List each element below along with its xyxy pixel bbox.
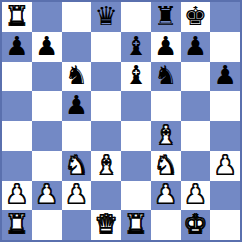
square-c4[interactable] (62, 121, 92, 151)
chess-board: ♜♛♜♚♟♟♝♟♟♞♝♞♟♟♝♞♝♞♟♟♟♟♟♟♜♛♜♚ (0, 0, 242, 242)
square-c2[interactable]: ♟ (62, 181, 92, 211)
square-a6[interactable] (2, 62, 32, 92)
square-e1[interactable]: ♜ (121, 210, 151, 240)
square-h5[interactable] (210, 91, 240, 121)
piece-black-knight[interactable]: ♞ (65, 62, 88, 88)
piece-white-pawn[interactable]: ♟ (35, 181, 58, 207)
square-h6[interactable]: ♟ (210, 62, 240, 92)
square-d6[interactable] (91, 62, 121, 92)
square-h7[interactable] (210, 32, 240, 62)
piece-black-king[interactable]: ♚ (184, 3, 207, 29)
square-e5[interactable] (121, 91, 151, 121)
square-g4[interactable] (181, 121, 211, 151)
piece-black-bishop[interactable]: ♝ (124, 33, 147, 59)
piece-black-pawn[interactable]: ♟ (5, 33, 28, 59)
square-c8[interactable] (62, 2, 92, 32)
piece-black-pawn[interactable]: ♟ (213, 62, 236, 88)
square-e7[interactable]: ♝ (121, 32, 151, 62)
square-a5[interactable] (2, 91, 32, 121)
square-a4[interactable] (2, 121, 32, 151)
square-b1[interactable] (32, 210, 62, 240)
square-h8[interactable] (210, 2, 240, 32)
piece-white-knight[interactable]: ♞ (65, 152, 88, 178)
piece-white-knight[interactable]: ♞ (154, 152, 177, 178)
square-f6[interactable]: ♞ (151, 62, 181, 92)
piece-black-rook[interactable]: ♜ (154, 3, 177, 29)
square-h3[interactable]: ♟ (210, 151, 240, 181)
square-a1[interactable]: ♜ (2, 210, 32, 240)
square-b6[interactable] (32, 62, 62, 92)
square-a2[interactable]: ♟ (2, 181, 32, 211)
piece-white-pawn[interactable]: ♟ (213, 152, 236, 178)
square-b4[interactable] (32, 121, 62, 151)
square-g1[interactable]: ♚ (181, 210, 211, 240)
square-d7[interactable] (91, 32, 121, 62)
piece-black-pawn[interactable]: ♟ (154, 33, 177, 59)
square-d3[interactable]: ♝ (91, 151, 121, 181)
piece-white-queen[interactable]: ♛ (94, 211, 117, 237)
square-f4[interactable]: ♝ (151, 121, 181, 151)
piece-black-knight[interactable]: ♞ (154, 62, 177, 88)
square-c1[interactable] (62, 210, 92, 240)
piece-white-bishop[interactable]: ♝ (94, 152, 117, 178)
square-b7[interactable]: ♟ (32, 32, 62, 62)
square-d4[interactable] (91, 121, 121, 151)
square-e3[interactable] (121, 151, 151, 181)
square-g6[interactable] (181, 62, 211, 92)
square-c7[interactable] (62, 32, 92, 62)
square-f3[interactable]: ♞ (151, 151, 181, 181)
square-d5[interactable] (91, 91, 121, 121)
square-g5[interactable] (181, 91, 211, 121)
square-f5[interactable] (151, 91, 181, 121)
square-a7[interactable]: ♟ (2, 32, 32, 62)
piece-white-rook[interactable]: ♜ (5, 3, 28, 29)
square-g2[interactable]: ♟ (181, 181, 211, 211)
square-e4[interactable] (121, 121, 151, 151)
piece-white-pawn[interactable]: ♟ (184, 181, 207, 207)
piece-black-queen[interactable]: ♛ (94, 3, 117, 29)
square-f2[interactable]: ♟ (151, 181, 181, 211)
piece-white-pawn[interactable]: ♟ (154, 181, 177, 207)
square-g7[interactable]: ♟ (181, 32, 211, 62)
square-f7[interactable]: ♟ (151, 32, 181, 62)
square-b2[interactable]: ♟ (32, 181, 62, 211)
piece-white-bishop[interactable]: ♝ (154, 122, 177, 148)
square-g3[interactable] (181, 151, 211, 181)
square-e2[interactable] (121, 181, 151, 211)
square-g8[interactable]: ♚ (181, 2, 211, 32)
square-a8[interactable]: ♜ (2, 2, 32, 32)
piece-black-pawn[interactable]: ♟ (65, 92, 88, 118)
piece-white-king[interactable]: ♚ (184, 211, 207, 237)
piece-white-rook[interactable]: ♜ (5, 211, 28, 237)
piece-white-pawn[interactable]: ♟ (5, 181, 28, 207)
square-e8[interactable] (121, 2, 151, 32)
square-d8[interactable]: ♛ (91, 2, 121, 32)
square-b5[interactable] (32, 91, 62, 121)
square-e6[interactable]: ♝ (121, 62, 151, 92)
square-b8[interactable] (32, 2, 62, 32)
square-c6[interactable]: ♞ (62, 62, 92, 92)
piece-black-pawn[interactable]: ♟ (184, 33, 207, 59)
square-f8[interactable]: ♜ (151, 2, 181, 32)
square-h1[interactable] (210, 210, 240, 240)
square-c3[interactable]: ♞ (62, 151, 92, 181)
square-f1[interactable] (151, 210, 181, 240)
square-b3[interactable] (32, 151, 62, 181)
piece-black-pawn[interactable]: ♟ (35, 33, 58, 59)
piece-white-rook[interactable]: ♜ (124, 211, 147, 237)
piece-black-bishop[interactable]: ♝ (124, 62, 147, 88)
square-h4[interactable] (210, 121, 240, 151)
square-a3[interactable] (2, 151, 32, 181)
square-d1[interactable]: ♛ (91, 210, 121, 240)
square-h2[interactable] (210, 181, 240, 211)
piece-white-pawn[interactable]: ♟ (65, 181, 88, 207)
square-c5[interactable]: ♟ (62, 91, 92, 121)
square-d2[interactable] (91, 181, 121, 211)
